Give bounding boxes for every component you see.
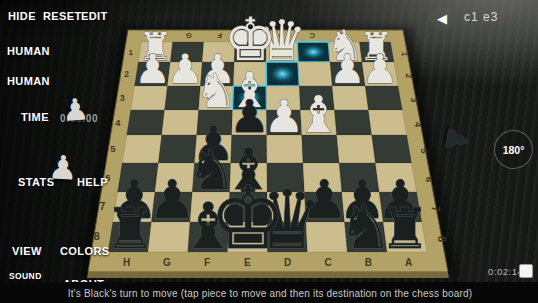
square-h5[interactable] (122, 135, 162, 163)
undo-move-button[interactable]: ◀ (429, 5, 455, 31)
file-label-far-F: F (217, 31, 222, 40)
last-move-text: c1 e3 (464, 10, 498, 24)
white-clock-icon (519, 264, 533, 278)
rank-label-left-8: 8 (94, 230, 100, 242)
square-a4[interactable] (368, 110, 406, 135)
square-a5[interactable] (372, 135, 412, 163)
file-label-far-C: C (309, 31, 315, 40)
piece-f8-black-bishop[interactable]: ♝ (180, 189, 237, 263)
sidebar-button-hide[interactable]: HIDE (8, 11, 36, 22)
app-window: HGFEDCBAHGFEDCBA1122334455667788♜♞♛♚♜♟♟♟… (0, 0, 538, 303)
game-time-setting: 0:03:00 (60, 113, 98, 124)
rank-label-left-2: 2 (124, 69, 129, 79)
sidebar-button-human1[interactable]: HUMAN (7, 46, 50, 57)
sidebar-button-colors[interactable]: COLORS (60, 246, 109, 257)
back-arrow-icon: ◀ (437, 12, 447, 25)
file-label-near-C: C (324, 257, 331, 268)
sidebar-button-stats[interactable]: STATS (18, 177, 54, 188)
rank-label-left-3: 3 (120, 93, 125, 103)
rank-label-right-8: 8 (436, 236, 448, 242)
board-frame-edge (87, 272, 449, 278)
white-clock: 0:02:14 (488, 266, 523, 277)
rank-label-left-5: 5 (110, 143, 116, 154)
square-h4[interactable] (127, 110, 165, 135)
sidebar-button-help[interactable]: HELP (77, 177, 108, 188)
rank-label-right-5: 5 (419, 148, 430, 154)
rotate-board-label: 180° (503, 144, 525, 156)
piece-a2-white-pawn[interactable]: ♟ (362, 45, 398, 93)
sidebar-button-human2[interactable]: HUMAN (7, 76, 50, 87)
sidebar-button-edit[interactable]: EDIT (81, 11, 108, 22)
sidebar-button-view[interactable]: VIEW (12, 246, 42, 257)
square-b5[interactable] (337, 135, 376, 163)
piece-b8-black-knight[interactable]: ♞ (338, 191, 393, 262)
sidebar-button-reset[interactable]: RESET (43, 11, 82, 22)
rank-label-left-1: 1 (128, 48, 133, 57)
rank-label-right-2: 2 (404, 74, 414, 79)
rank-label-right-7: 7 (430, 206, 441, 212)
chess-board[interactable]: HGFEDCBAHGFEDCBA1122334455667788♜♞♛♚♜♟♟♟… (0, 0, 538, 303)
file-label-near-G: G (163, 257, 171, 268)
file-label-far-G: G (186, 31, 192, 40)
sidebar-button-time[interactable]: TIME (21, 112, 49, 123)
piece-h2-white-pawn[interactable]: ♟ (134, 45, 170, 93)
status-message: It's Black's turn to move (tap piece to … (40, 288, 500, 299)
rank-label-right-3: 3 (409, 98, 419, 103)
rank-label-right-1: 1 (400, 52, 409, 57)
piece-h8-black-rook[interactable]: ♜ (105, 196, 155, 261)
rotate-board-button[interactable]: 180° (494, 130, 533, 169)
rank-label-left-4: 4 (115, 118, 121, 128)
rank-label-right-4: 4 (413, 122, 423, 128)
rank-label-right-6: 6 (424, 177, 435, 183)
